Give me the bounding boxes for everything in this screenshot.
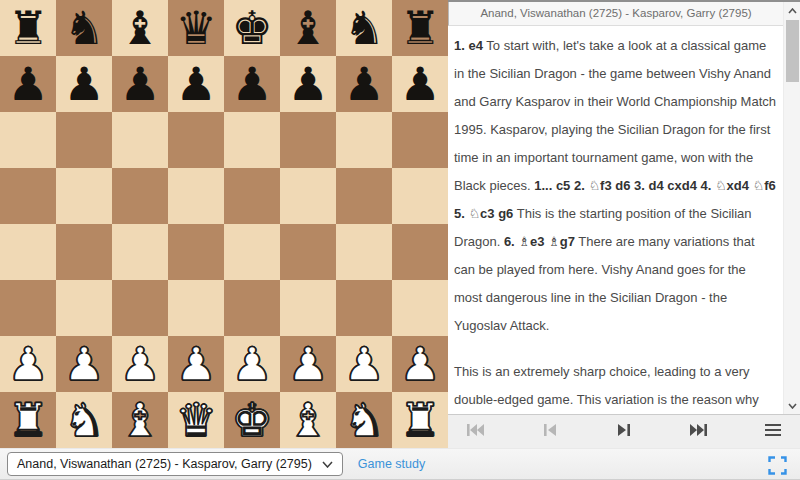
square-c6[interactable]	[112, 112, 168, 168]
square-a2[interactable]: ♟	[0, 336, 56, 392]
white-bishop[interactable]: ♝	[112, 392, 168, 448]
scroll-down-icon[interactable]	[784, 398, 800, 414]
square-c3[interactable]	[112, 280, 168, 336]
black-bishop[interactable]: ♝	[112, 0, 168, 56]
white-knight[interactable]: ♞	[56, 392, 112, 448]
black-pawn[interactable]: ♟	[280, 56, 336, 112]
square-a5[interactable]	[0, 168, 56, 224]
square-h5[interactable]	[392, 168, 448, 224]
white-pawn[interactable]: ♟	[336, 336, 392, 392]
step-back-icon	[543, 423, 556, 440]
square-d3[interactable]	[168, 280, 224, 336]
white-rook[interactable]: ♜	[0, 392, 56, 448]
previous-move-button[interactable]	[537, 420, 563, 444]
black-rook[interactable]: ♜	[392, 0, 448, 56]
skip-to-end-icon	[690, 423, 708, 440]
white-pawn[interactable]: ♟	[112, 336, 168, 392]
white-queen[interactable]: ♛	[168, 392, 224, 448]
square-h2[interactable]: ♟	[392, 336, 448, 392]
square-f3[interactable]	[280, 280, 336, 336]
square-b2[interactable]: ♟	[56, 336, 112, 392]
black-bishop[interactable]: ♝	[280, 0, 336, 56]
scrollbar-thumb[interactable]	[786, 20, 799, 82]
square-b3[interactable]	[56, 280, 112, 336]
fullscreen-icon[interactable]	[768, 456, 787, 475]
white-pawn[interactable]: ♟	[224, 336, 280, 392]
step-forward-icon	[618, 423, 631, 440]
black-pawn[interactable]: ♟	[168, 56, 224, 112]
square-g2[interactable]: ♟	[336, 336, 392, 392]
square-f4[interactable]	[280, 224, 336, 280]
last-move-button[interactable]	[686, 420, 712, 444]
square-b5[interactable]	[56, 168, 112, 224]
square-c1[interactable]: ♝	[112, 392, 168, 448]
white-king[interactable]: ♚	[224, 392, 280, 448]
square-d5[interactable]	[168, 168, 224, 224]
white-bishop[interactable]: ♝	[280, 392, 336, 448]
chess-study-app: ♜♞♝♛♚♝♞♜♟♟♟♟♟♟♟♟♟♟♟♟♟♟♟♟♜♞♝♛♚♝♞♜ Anand, …	[0, 0, 800, 480]
move-text[interactable]: 6. ♗e3 ♗g7	[504, 234, 575, 249]
white-knight[interactable]: ♞	[336, 392, 392, 448]
square-d4[interactable]	[168, 224, 224, 280]
square-g6[interactable]	[336, 112, 392, 168]
chevron-down-icon	[322, 461, 333, 468]
square-h4[interactable]	[392, 224, 448, 280]
square-e5[interactable]	[224, 168, 280, 224]
white-pawn[interactable]: ♟	[392, 336, 448, 392]
skip-to-start-icon	[466, 423, 484, 440]
square-d6[interactable]	[168, 112, 224, 168]
black-king[interactable]: ♚	[224, 0, 280, 56]
white-pawn[interactable]: ♟	[168, 336, 224, 392]
square-c8[interactable]: ♝	[112, 0, 168, 56]
comment-text: This is an extremely sharp choice, leadi…	[454, 364, 773, 416]
square-e1[interactable]: ♚	[224, 392, 280, 448]
square-h7[interactable]: ♟	[392, 56, 448, 112]
square-g5[interactable]	[336, 168, 392, 224]
square-a3[interactable]	[0, 280, 56, 336]
footer-bar: Anand, Viswanathan (2725) - Kasparov, Ga…	[0, 448, 800, 480]
square-b8[interactable]: ♞	[56, 0, 112, 56]
square-b6[interactable]	[56, 112, 112, 168]
hamburger-menu-icon	[764, 423, 782, 440]
black-pawn[interactable]: ♟	[56, 56, 112, 112]
square-e2[interactable]: ♟	[224, 336, 280, 392]
square-b1[interactable]: ♞	[56, 392, 112, 448]
square-c7[interactable]: ♟	[112, 56, 168, 112]
square-h3[interactable]	[392, 280, 448, 336]
square-c2[interactable]: ♟	[112, 336, 168, 392]
square-f7[interactable]: ♟	[280, 56, 336, 112]
comment-text: To start with, let's take a look at a cl…	[454, 38, 776, 193]
move-text[interactable]: 1. e4	[454, 38, 483, 53]
square-g1[interactable]: ♞	[336, 392, 392, 448]
move-navigation-bar	[448, 414, 800, 448]
square-a7[interactable]: ♟	[0, 56, 56, 112]
square-h8[interactable]: ♜	[392, 0, 448, 56]
square-g4[interactable]	[336, 224, 392, 280]
square-g8[interactable]: ♞	[336, 0, 392, 56]
square-d7[interactable]: ♟	[168, 56, 224, 112]
square-f5[interactable]	[280, 168, 336, 224]
white-pawn[interactable]: ♟	[0, 336, 56, 392]
square-a4[interactable]	[0, 224, 56, 280]
commentary-text: 1. e4 To start with, let's take a look a…	[448, 26, 783, 416]
white-pawn[interactable]: ♟	[280, 336, 336, 392]
square-e8[interactable]: ♚	[224, 0, 280, 56]
square-f6[interactable]	[280, 112, 336, 168]
square-e6[interactable]	[224, 112, 280, 168]
square-f2[interactable]: ♟	[280, 336, 336, 392]
black-pawn[interactable]: ♟	[0, 56, 56, 112]
square-c5[interactable]	[112, 168, 168, 224]
game-title: Anand, Viswanathan (2725) - Kasparov, Ga…	[448, 2, 783, 26]
square-a1[interactable]: ♜	[0, 392, 56, 448]
white-rook[interactable]: ♜	[392, 392, 448, 448]
square-d8[interactable]: ♛	[168, 0, 224, 56]
square-d2[interactable]: ♟	[168, 336, 224, 392]
menu-button[interactable]	[760, 420, 786, 444]
game-study-link[interactable]: Game study	[358, 457, 425, 471]
first-move-button[interactable]	[462, 420, 488, 444]
black-pawn[interactable]: ♟	[336, 56, 392, 112]
square-d1[interactable]: ♛	[168, 392, 224, 448]
next-move-button[interactable]	[611, 420, 637, 444]
square-h1[interactable]: ♜	[392, 392, 448, 448]
black-pawn[interactable]: ♟	[224, 56, 280, 112]
square-g3[interactable]	[336, 280, 392, 336]
square-f1[interactable]: ♝	[280, 392, 336, 448]
analysis-panel: Anand, Viswanathan (2725) - Kasparov, Ga…	[448, 0, 800, 448]
black-knight[interactable]: ♞	[56, 0, 112, 56]
square-b4[interactable]	[56, 224, 112, 280]
black-rook[interactable]: ♜	[0, 0, 56, 56]
square-b7[interactable]: ♟	[56, 56, 112, 112]
square-e4[interactable]	[224, 224, 280, 280]
square-h6[interactable]	[392, 112, 448, 168]
square-f8[interactable]: ♝	[280, 0, 336, 56]
black-pawn[interactable]: ♟	[392, 56, 448, 112]
black-queen[interactable]: ♛	[168, 0, 224, 56]
black-pawn[interactable]: ♟	[112, 56, 168, 112]
scroll-up-icon[interactable]	[784, 3, 800, 19]
chapter-select[interactable]: Anand, Viswanathan (2725) - Kasparov, Ga…	[7, 452, 343, 476]
square-g7[interactable]: ♟	[336, 56, 392, 112]
white-pawn[interactable]: ♟	[56, 336, 112, 392]
square-e7[interactable]: ♟	[224, 56, 280, 112]
square-c4[interactable]	[112, 224, 168, 280]
square-a6[interactable]	[0, 112, 56, 168]
square-a8[interactable]: ♜	[0, 0, 56, 56]
black-knight[interactable]: ♞	[336, 0, 392, 56]
scrollbar[interactable]	[783, 2, 800, 416]
chapter-select-value: Anand, Viswanathan (2725) - Kasparov, Ga…	[17, 457, 312, 471]
square-e3[interactable]	[224, 280, 280, 336]
chess-board[interactable]: ♜♞♝♛♚♝♞♜♟♟♟♟♟♟♟♟♟♟♟♟♟♟♟♟♜♞♝♛♚♝♞♜	[0, 0, 448, 448]
